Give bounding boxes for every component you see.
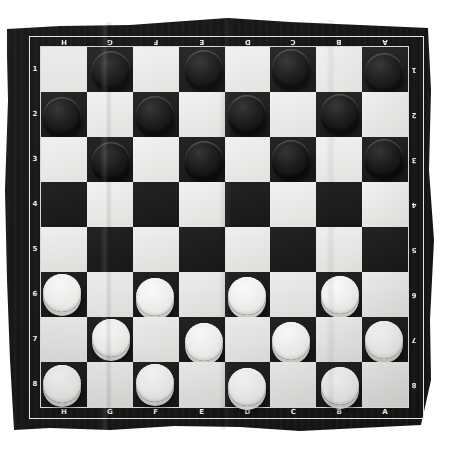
square-B2[interactable] (316, 92, 362, 137)
square-G5[interactable] (87, 227, 133, 272)
board-field (41, 47, 408, 407)
square-F7[interactable] (133, 317, 179, 362)
square-H5[interactable] (41, 227, 87, 272)
square-C7[interactable] (270, 317, 316, 362)
square-F5[interactable] (133, 227, 179, 272)
square-H8[interactable] (41, 362, 87, 407)
white-piece-F6[interactable] (136, 278, 174, 316)
square-D3[interactable] (225, 137, 271, 182)
white-piece-B8[interactable] (321, 367, 359, 405)
black-piece-H2[interactable] (43, 97, 81, 135)
square-H7[interactable] (41, 317, 87, 362)
white-piece-F8[interactable] (136, 364, 174, 402)
checkers-photo: HGFEDCBA HGFEDCBA 12345678 12345678 (0, 0, 450, 450)
black-piece-C3[interactable] (272, 140, 310, 178)
square-G6[interactable] (87, 272, 133, 317)
square-C8[interactable] (270, 362, 316, 407)
square-C5[interactable] (270, 227, 316, 272)
square-E2[interactable] (179, 92, 225, 137)
square-B5[interactable] (316, 227, 362, 272)
black-piece-B2[interactable] (321, 94, 359, 132)
square-D5[interactable] (225, 227, 271, 272)
square-B4[interactable] (316, 182, 362, 227)
black-piece-A1[interactable] (365, 53, 403, 91)
square-E6[interactable] (179, 272, 225, 317)
square-A5[interactable] (362, 227, 408, 272)
square-G4[interactable] (87, 182, 133, 227)
square-D1[interactable] (225, 47, 271, 92)
square-D2[interactable] (225, 92, 271, 137)
white-piece-A7[interactable] (365, 321, 403, 359)
square-A4[interactable] (362, 182, 408, 227)
square-H3[interactable] (41, 137, 87, 182)
square-C2[interactable] (270, 92, 316, 137)
black-piece-C1[interactable] (272, 49, 310, 87)
square-H2[interactable] (41, 92, 87, 137)
black-piece-G3[interactable] (92, 142, 130, 180)
square-E4[interactable] (179, 182, 225, 227)
white-piece-E7[interactable] (185, 323, 223, 361)
square-A1[interactable] (362, 47, 408, 92)
white-piece-G7[interactable] (92, 319, 130, 357)
square-H1[interactable] (41, 47, 87, 92)
square-F8[interactable] (133, 362, 179, 407)
square-D6[interactable] (225, 272, 271, 317)
black-piece-E3[interactable] (185, 141, 223, 179)
white-piece-H8[interactable] (43, 365, 81, 403)
square-D8[interactable] (225, 362, 271, 407)
square-B3[interactable] (316, 137, 362, 182)
square-G3[interactable] (87, 137, 133, 182)
white-piece-D8[interactable] (228, 368, 266, 406)
white-piece-H6[interactable] (43, 274, 81, 312)
square-G8[interactable] (87, 362, 133, 407)
square-C6[interactable] (270, 272, 316, 317)
black-piece-D2[interactable] (228, 95, 266, 133)
square-E5[interactable] (179, 227, 225, 272)
square-D7[interactable] (225, 317, 271, 362)
square-F6[interactable] (133, 272, 179, 317)
square-H4[interactable] (41, 182, 87, 227)
square-B7[interactable] (316, 317, 362, 362)
square-A2[interactable] (362, 92, 408, 137)
square-C1[interactable] (270, 47, 316, 92)
square-D4[interactable] (225, 182, 271, 227)
white-piece-D6[interactable] (228, 277, 266, 315)
square-F4[interactable] (133, 182, 179, 227)
square-C4[interactable] (270, 182, 316, 227)
square-A3[interactable] (362, 137, 408, 182)
white-piece-B6[interactable] (321, 276, 359, 314)
square-E8[interactable] (179, 362, 225, 407)
black-piece-E1[interactable] (185, 50, 223, 88)
square-G1[interactable] (87, 47, 133, 92)
square-B1[interactable] (316, 47, 362, 92)
square-E7[interactable] (179, 317, 225, 362)
black-piece-G1[interactable] (92, 51, 130, 89)
square-A7[interactable] (362, 317, 408, 362)
square-A8[interactable] (362, 362, 408, 407)
square-G2[interactable] (87, 92, 133, 137)
square-F2[interactable] (133, 92, 179, 137)
square-B6[interactable] (316, 272, 362, 317)
square-G7[interactable] (87, 317, 133, 362)
square-F3[interactable] (133, 137, 179, 182)
black-piece-A3[interactable] (365, 139, 403, 177)
square-E3[interactable] (179, 137, 225, 182)
white-piece-C7[interactable] (272, 322, 310, 360)
black-piece-F2[interactable] (136, 96, 174, 134)
square-B8[interactable] (316, 362, 362, 407)
square-F1[interactable] (133, 47, 179, 92)
square-E1[interactable] (179, 47, 225, 92)
square-C3[interactable] (270, 137, 316, 182)
square-A6[interactable] (362, 272, 408, 317)
square-H6[interactable] (41, 272, 87, 317)
